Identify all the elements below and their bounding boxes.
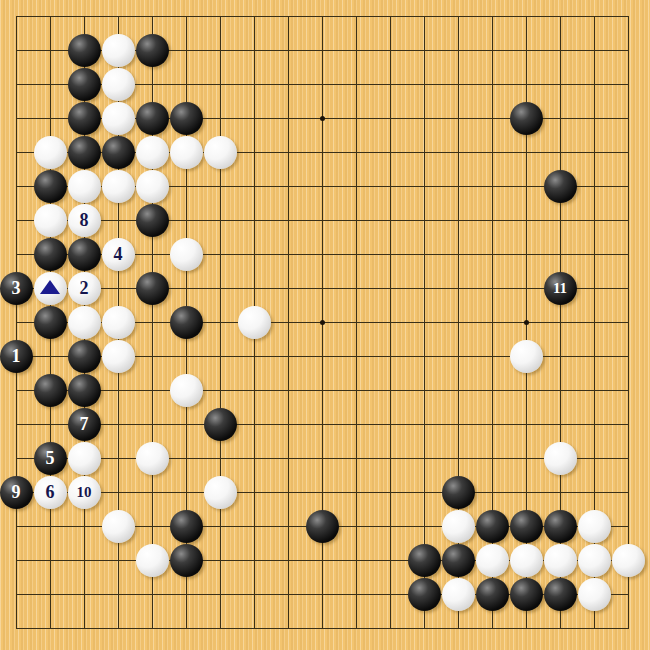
white-stone: [238, 306, 271, 339]
white-stone: [102, 510, 135, 543]
black-stone: [544, 578, 577, 611]
white-stone: [170, 238, 203, 271]
white-stone: [102, 68, 135, 101]
move-number-label: 1: [12, 347, 21, 365]
white-stone: [136, 442, 169, 475]
white-stone: 6: [34, 476, 67, 509]
black-stone: [408, 544, 441, 577]
star-point: [320, 116, 325, 121]
white-stone: [578, 544, 611, 577]
black-stone: 7: [68, 408, 101, 441]
white-stone: 10: [68, 476, 101, 509]
move-number-label: 6: [46, 483, 55, 501]
move-number-label: 5: [46, 449, 55, 467]
move-number-label: 7: [80, 415, 89, 433]
black-stone: [68, 34, 101, 67]
grid-line-vertical: [628, 16, 629, 629]
triangle-marker: [40, 280, 60, 294]
white-stone: [578, 578, 611, 611]
black-stone: 11: [544, 272, 577, 305]
white-stone: [170, 374, 203, 407]
black-stone: [204, 408, 237, 441]
grid-line-horizontal: [16, 390, 629, 391]
white-stone: [442, 578, 475, 611]
white-stone: [510, 544, 543, 577]
white-stone: 2: [68, 272, 101, 305]
grid-line-horizontal: [16, 628, 629, 629]
grid-line-vertical: [424, 16, 425, 629]
black-stone: [170, 102, 203, 135]
black-stone: [170, 306, 203, 339]
black-stone: [136, 34, 169, 67]
white-stone: [544, 544, 577, 577]
black-stone: [68, 68, 101, 101]
white-stone: [476, 544, 509, 577]
grid-line-vertical: [356, 16, 357, 629]
black-stone: [510, 510, 543, 543]
move-number-label: 8: [80, 211, 89, 229]
black-stone: 5: [34, 442, 67, 475]
black-stone: [68, 374, 101, 407]
white-stone: [442, 510, 475, 543]
white-stone: [68, 442, 101, 475]
move-number-label: 3: [12, 279, 21, 297]
white-stone: [136, 170, 169, 203]
black-stone: [136, 272, 169, 305]
white-stone: [102, 306, 135, 339]
white-stone: [578, 510, 611, 543]
black-stone: [136, 102, 169, 135]
black-stone: [306, 510, 339, 543]
white-stone: [204, 136, 237, 169]
move-number-label: 10: [77, 485, 92, 500]
white-stone: [102, 34, 135, 67]
grid-line-horizontal: [16, 458, 629, 459]
black-stone: [442, 544, 475, 577]
white-stone: [34, 272, 67, 305]
black-stone: [544, 170, 577, 203]
black-stone: [34, 170, 67, 203]
black-stone: [34, 306, 67, 339]
grid-line-vertical: [390, 16, 391, 629]
star-point: [524, 320, 529, 325]
white-stone: [102, 102, 135, 135]
white-stone: 8: [68, 204, 101, 237]
black-stone: [68, 136, 101, 169]
white-stone: [102, 340, 135, 373]
black-stone: [170, 544, 203, 577]
white-stone: [136, 136, 169, 169]
black-stone: [136, 204, 169, 237]
move-number-label: 9: [12, 483, 21, 501]
white-stone: 4: [102, 238, 135, 271]
white-stone: [68, 170, 101, 203]
black-stone: [476, 510, 509, 543]
black-stone: [408, 578, 441, 611]
white-stone: [68, 306, 101, 339]
white-stone: [34, 136, 67, 169]
black-stone: [34, 374, 67, 407]
move-number-label: 4: [114, 245, 123, 263]
white-stone: [204, 476, 237, 509]
black-stone: [34, 238, 67, 271]
white-stone: [170, 136, 203, 169]
go-board[interactable]: 8432111759610: [0, 0, 650, 650]
move-number-label: 2: [80, 279, 89, 297]
black-stone: [170, 510, 203, 543]
grid-line-horizontal: [16, 492, 629, 493]
white-stone: [102, 170, 135, 203]
black-stone: [510, 102, 543, 135]
black-stone: [68, 102, 101, 135]
move-number-label: 11: [553, 281, 567, 296]
black-stone: [68, 340, 101, 373]
white-stone: [136, 544, 169, 577]
black-stone: 1: [0, 340, 33, 373]
black-stone: [102, 136, 135, 169]
black-stone: [442, 476, 475, 509]
grid-line-horizontal: [16, 424, 629, 425]
white-stone: [510, 340, 543, 373]
black-stone: [68, 238, 101, 271]
star-point: [320, 320, 325, 325]
black-stone: [544, 510, 577, 543]
black-stone: [510, 578, 543, 611]
white-stone: [612, 544, 645, 577]
black-stone: 3: [0, 272, 33, 305]
white-stone: [544, 442, 577, 475]
white-stone: [34, 204, 67, 237]
black-stone: [476, 578, 509, 611]
black-stone: 9: [0, 476, 33, 509]
